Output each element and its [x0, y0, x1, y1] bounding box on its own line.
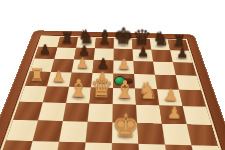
square-b8[interactable]: ♜	[57, 37, 78, 48]
square-a1[interactable]	[0, 140, 32, 150]
square-h5[interactable]	[175, 75, 200, 90]
piece-black-p-h7[interactable]: ♟	[176, 47, 188, 61]
square-h2[interactable]	[186, 124, 217, 146]
square-a7[interactable]: ♟	[34, 47, 57, 59]
piece-white-p-g3[interactable]: ♟	[166, 104, 181, 121]
board-frame: ♜♞♝♚♛♞♜♟♟♟♟♟♟♟♜♟♟♝♛♝♞♟♟♚	[0, 30, 225, 150]
piece-white-k-e2[interactable]: ♚	[111, 109, 140, 141]
square-f4[interactable]: ♞	[134, 89, 158, 106]
square-f1[interactable]	[138, 144, 168, 150]
square-e8[interactable]: ♚	[113, 38, 132, 49]
square-d4[interactable]: ♛	[89, 87, 113, 104]
piece-white-n-f4[interactable]: ♞	[137, 79, 158, 103]
piece-white-p-c6[interactable]: ♟	[76, 57, 89, 71]
square-c1[interactable]	[54, 142, 85, 150]
piece-white-p-b5[interactable]: ♟	[51, 69, 65, 84]
square-d3[interactable]	[87, 104, 112, 123]
square-b3[interactable]	[37, 102, 65, 121]
piece-black-b-d8[interactable]: ♝	[95, 27, 113, 47]
piece-black-r-b8[interactable]: ♜	[60, 31, 74, 47]
square-g7[interactable]	[151, 50, 172, 62]
square-f6[interactable]	[133, 61, 155, 75]
square-d2[interactable]	[85, 122, 112, 143]
square-b2[interactable]	[32, 120, 62, 141]
piece-white-b-e4[interactable]: ♝	[113, 78, 135, 103]
square-c6[interactable]: ♟	[71, 60, 93, 73]
square-e6[interactable]: ♟	[113, 61, 134, 75]
piece-black-p-a7[interactable]: ♟	[38, 44, 50, 58]
square-e2[interactable]: ♚	[111, 122, 137, 143]
square-h1[interactable]	[191, 145, 225, 150]
piece-black-n-g8[interactable]: ♞	[152, 30, 169, 49]
board-tilt-plane: ♜♞♝♚♛♞♜♟♟♟♟♟♟♟♜♟♟♝♛♝♞♟♟♚	[0, 30, 225, 150]
square-e1[interactable]	[111, 143, 139, 150]
square-h3[interactable]	[182, 106, 211, 125]
square-g3[interactable]: ♟	[159, 105, 186, 124]
piece-black-p-f7[interactable]: ♟	[137, 46, 149, 60]
square-b7[interactable]	[54, 47, 76, 59]
square-h7[interactable]: ♟	[170, 50, 192, 62]
square-b1[interactable]	[26, 141, 59, 150]
square-c2[interactable]	[58, 121, 87, 142]
square-b4[interactable]	[42, 86, 68, 103]
photo-canvas: ♜♞♝♚♛♞♜♟♟♟♟♟♟♟♜♟♟♝♛♝♞♟♟♚	[0, 0, 225, 150]
square-h4[interactable]	[178, 90, 205, 107]
square-d1[interactable]	[83, 142, 112, 150]
perspective-scene: ♜♞♝♚♛♞♜♟♟♟♟♟♟♟♜♟♟♝♛♝♞♟♟♚	[0, 0, 225, 150]
square-g6[interactable]	[153, 62, 176, 76]
piece-white-p-g4[interactable]: ♟	[163, 87, 178, 103]
square-h6[interactable]	[172, 62, 196, 76]
piece-black-k-e8[interactable]: ♚	[113, 25, 133, 48]
square-c3[interactable]	[62, 103, 89, 122]
square-f2[interactable]	[137, 123, 165, 144]
piece-white-r-a5[interactable]: ♜	[28, 66, 44, 84]
square-g8[interactable]: ♞	[149, 39, 169, 50]
piece-white-p-e6[interactable]: ♟	[117, 58, 130, 72]
square-f7[interactable]: ♟	[132, 49, 152, 61]
square-a3[interactable]	[13, 102, 43, 121]
piece-white-q-d4[interactable]: ♛	[89, 75, 113, 102]
square-e4[interactable]: ♝	[112, 88, 135, 105]
square-a2[interactable]	[5, 120, 37, 141]
piece-white-b-c4[interactable]: ♝	[67, 77, 89, 102]
square-d8[interactable]: ♝	[94, 38, 113, 49]
board-squares: ♜♞♝♚♛♞♜♟♟♟♟♟♟♟♜♟♟♝♛♝♞♟♟♚	[0, 35, 225, 150]
square-c4[interactable]: ♝	[66, 87, 91, 104]
